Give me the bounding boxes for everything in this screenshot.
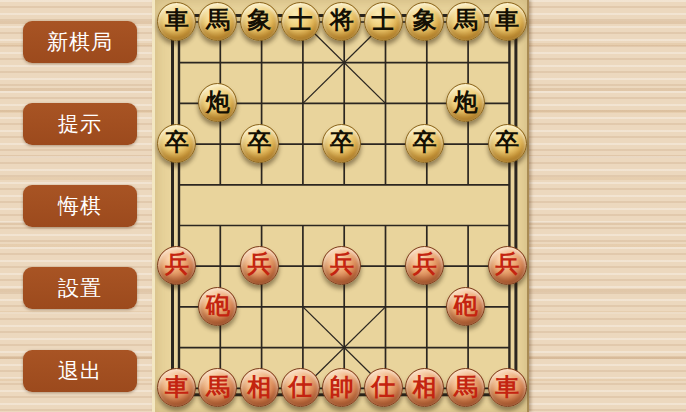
- piece-red-advisor[interactable]: 仕: [364, 368, 403, 407]
- point-0-8[interactable]: [156, 327, 197, 368]
- point-6-1[interactable]: [404, 42, 445, 83]
- point-6-5[interactable]: [404, 204, 445, 245]
- point-1-8[interactable]: [197, 327, 238, 368]
- point-5-7[interactable]: [362, 286, 403, 327]
- piece-glyph: 卒: [330, 130, 354, 154]
- piece-glyph: 兵: [412, 252, 436, 276]
- point-8-2[interactable]: [486, 82, 527, 123]
- point-0-4[interactable]: [156, 164, 197, 205]
- point-2-6[interactable]: 兵: [239, 245, 280, 286]
- point-0-9[interactable]: 車: [156, 367, 197, 408]
- point-1-7[interactable]: 砲: [197, 286, 238, 327]
- point-6-0[interactable]: 象: [404, 1, 445, 42]
- point-6-7[interactable]: [404, 286, 445, 327]
- point-5-2[interactable]: [362, 82, 403, 123]
- piece-red-chariot[interactable]: 車: [488, 368, 527, 407]
- piece-glyph: 兵: [330, 252, 354, 276]
- point-8-6[interactable]: 兵: [486, 245, 527, 286]
- piece-glyph: 炮: [206, 90, 230, 114]
- piece-red-chariot[interactable]: 車: [157, 368, 196, 407]
- point-1-3[interactable]: [197, 123, 238, 164]
- point-7-6[interactable]: [445, 245, 486, 286]
- piece-red-soldier[interactable]: 兵: [322, 246, 361, 285]
- piece-glyph: 車: [495, 8, 519, 32]
- point-2-2[interactable]: [239, 82, 280, 123]
- point-7-7[interactable]: 砲: [445, 286, 486, 327]
- piece-glyph: 将: [330, 8, 354, 32]
- point-1-0[interactable]: 馬: [197, 1, 238, 42]
- piece-red-horse[interactable]: 馬: [198, 368, 237, 407]
- point-1-4[interactable]: [197, 164, 238, 205]
- point-4-5[interactable]: [321, 204, 362, 245]
- point-6-8[interactable]: [404, 327, 445, 368]
- piece-glyph: 兵: [247, 252, 271, 276]
- point-6-6[interactable]: 兵: [404, 245, 445, 286]
- piece-glyph: 兵: [495, 252, 519, 276]
- point-4-7[interactable]: [321, 286, 362, 327]
- point-2-9[interactable]: 相: [239, 367, 280, 408]
- piece-glyph: 相: [247, 375, 271, 399]
- piece-glyph: 相: [412, 375, 436, 399]
- point-2-4[interactable]: [239, 164, 280, 205]
- piece-glyph: 卒: [165, 130, 189, 154]
- point-7-0[interactable]: 馬: [445, 1, 486, 42]
- piece-black-general[interactable]: 将: [322, 2, 361, 41]
- point-6-9[interactable]: 相: [404, 367, 445, 408]
- piece-black-cannon[interactable]: 炮: [446, 83, 485, 122]
- point-0-3[interactable]: 卒: [156, 123, 197, 164]
- point-5-5[interactable]: [362, 204, 403, 245]
- piece-glyph: 象: [247, 8, 271, 32]
- point-4-0[interactable]: 将: [321, 1, 362, 42]
- point-8-1[interactable]: [486, 42, 527, 83]
- piece-glyph: 砲: [454, 293, 478, 317]
- board-grid: 車馬象士将士象馬車炮炮卒卒卒卒卒兵兵兵兵兵砲砲車馬相仕帥仕相馬車: [156, 1, 528, 408]
- piece-black-soldier[interactable]: 卒: [488, 124, 527, 163]
- exit-button[interactable]: 退出: [23, 350, 137, 392]
- piece-glyph: 馬: [206, 375, 230, 399]
- piece-glyph: 仕: [289, 375, 313, 399]
- piece-red-horse[interactable]: 馬: [446, 368, 485, 407]
- point-3-9[interactable]: 仕: [280, 367, 321, 408]
- piece-glyph: 兵: [165, 252, 189, 276]
- point-8-8[interactable]: [486, 327, 527, 368]
- undo-button[interactable]: 悔棋: [23, 185, 137, 227]
- point-7-9[interactable]: 馬: [445, 367, 486, 408]
- piece-red-soldier[interactable]: 兵: [157, 246, 196, 285]
- point-5-3[interactable]: [362, 123, 403, 164]
- piece-red-soldier[interactable]: 兵: [405, 246, 444, 285]
- point-3-0[interactable]: 士: [280, 1, 321, 42]
- point-5-1[interactable]: [362, 42, 403, 83]
- piece-red-general[interactable]: 帥: [322, 368, 361, 407]
- point-3-3[interactable]: [280, 123, 321, 164]
- point-0-7[interactable]: [156, 286, 197, 327]
- point-8-0[interactable]: 車: [486, 1, 527, 42]
- piece-glyph: 卒: [247, 130, 271, 154]
- piece-glyph: 馬: [454, 8, 478, 32]
- point-2-3[interactable]: 卒: [239, 123, 280, 164]
- piece-glyph: 炮: [454, 90, 478, 114]
- point-6-2[interactable]: [404, 82, 445, 123]
- point-5-6[interactable]: [362, 245, 403, 286]
- point-7-4[interactable]: [445, 164, 486, 205]
- point-7-5[interactable]: [445, 204, 486, 245]
- piece-black-advisor[interactable]: 士: [364, 2, 403, 41]
- piece-glyph: 卒: [495, 130, 519, 154]
- point-4-9[interactable]: 帥: [321, 367, 362, 408]
- point-2-0[interactable]: 象: [239, 1, 280, 42]
- point-6-3[interactable]: 卒: [404, 123, 445, 164]
- point-8-5[interactable]: [486, 204, 527, 245]
- piece-glyph: 車: [495, 375, 519, 399]
- point-3-7[interactable]: [280, 286, 321, 327]
- point-5-0[interactable]: 士: [362, 1, 403, 42]
- piece-black-soldier[interactable]: 卒: [405, 124, 444, 163]
- point-2-5[interactable]: [239, 204, 280, 245]
- point-4-4[interactable]: [321, 164, 362, 205]
- piece-glyph: 士: [371, 8, 395, 32]
- piece-black-soldier[interactable]: 卒: [322, 124, 361, 163]
- point-3-4[interactable]: [280, 164, 321, 205]
- point-1-9[interactable]: 馬: [197, 367, 238, 408]
- piece-black-horse[interactable]: 馬: [446, 2, 485, 41]
- piece-black-elephant[interactable]: 象: [405, 2, 444, 41]
- point-1-2[interactable]: 炮: [197, 82, 238, 123]
- piece-glyph: 仕: [371, 375, 395, 399]
- piece-glyph: 卒: [412, 130, 436, 154]
- piece-red-soldier[interactable]: 兵: [488, 246, 527, 285]
- point-5-9[interactable]: 仕: [362, 367, 403, 408]
- xiangqi-board: 車馬象士将士象馬車炮炮卒卒卒卒卒兵兵兵兵兵砲砲車馬相仕帥仕相馬車: [152, 0, 529, 412]
- piece-red-elephant[interactable]: 相: [240, 368, 279, 407]
- point-0-2[interactable]: [156, 82, 197, 123]
- point-5-4[interactable]: [362, 164, 403, 205]
- piece-glyph: 馬: [454, 375, 478, 399]
- piece-glyph: 車: [165, 8, 189, 32]
- new-game-button[interactable]: 新棋局: [23, 21, 137, 63]
- point-4-1[interactable]: [321, 42, 362, 83]
- point-8-3[interactable]: 卒: [486, 123, 527, 164]
- point-7-3[interactable]: [445, 123, 486, 164]
- point-4-2[interactable]: [321, 82, 362, 123]
- point-3-6[interactable]: [280, 245, 321, 286]
- piece-black-chariot[interactable]: 車: [488, 2, 527, 41]
- settings-button[interactable]: 設置: [23, 267, 137, 309]
- piece-glyph: 象: [412, 8, 436, 32]
- piece-black-chariot[interactable]: 車: [157, 2, 196, 41]
- piece-red-cannon[interactable]: 砲: [446, 287, 485, 326]
- point-2-1[interactable]: [239, 42, 280, 83]
- point-8-4[interactable]: [486, 164, 527, 205]
- point-7-2[interactable]: 炮: [445, 82, 486, 123]
- point-3-2[interactable]: [280, 82, 321, 123]
- hint-button[interactable]: 提示: [23, 103, 137, 145]
- point-4-6[interactable]: 兵: [321, 245, 362, 286]
- piece-glyph: 馬: [206, 8, 230, 32]
- piece-red-advisor[interactable]: 仕: [281, 368, 320, 407]
- point-7-8[interactable]: [445, 327, 486, 368]
- piece-black-elephant[interactable]: 象: [240, 2, 279, 41]
- point-1-6[interactable]: [197, 245, 238, 286]
- piece-glyph: 士: [289, 8, 313, 32]
- piece-red-soldier[interactable]: 兵: [240, 246, 279, 285]
- point-8-9[interactable]: 車: [486, 367, 527, 408]
- point-1-5[interactable]: [197, 204, 238, 245]
- piece-red-elephant[interactable]: 相: [405, 368, 444, 407]
- point-4-8[interactable]: [321, 327, 362, 368]
- point-8-7[interactable]: [486, 286, 527, 327]
- point-2-8[interactable]: [239, 327, 280, 368]
- point-7-1[interactable]: [445, 42, 486, 83]
- piece-black-horse[interactable]: 馬: [198, 2, 237, 41]
- point-1-1[interactable]: [197, 42, 238, 83]
- point-5-8[interactable]: [362, 327, 403, 368]
- point-3-8[interactable]: [280, 327, 321, 368]
- point-4-3[interactable]: 卒: [321, 123, 362, 164]
- piece-glyph: 砲: [206, 293, 230, 317]
- piece-black-soldier[interactable]: 卒: [240, 124, 279, 163]
- point-3-5[interactable]: [280, 204, 321, 245]
- piece-black-advisor[interactable]: 士: [281, 2, 320, 41]
- piece-black-cannon[interactable]: 炮: [198, 83, 237, 122]
- piece-glyph: 帥: [330, 375, 354, 399]
- point-3-1[interactable]: [280, 42, 321, 83]
- point-6-4[interactable]: [404, 164, 445, 205]
- point-0-6[interactable]: 兵: [156, 245, 197, 286]
- piece-black-soldier[interactable]: 卒: [157, 124, 196, 163]
- point-0-0[interactable]: 車: [156, 1, 197, 42]
- piece-red-cannon[interactable]: 砲: [198, 287, 237, 326]
- point-0-1[interactable]: [156, 42, 197, 83]
- point-2-7[interactable]: [239, 286, 280, 327]
- point-0-5[interactable]: [156, 204, 197, 245]
- piece-glyph: 車: [165, 375, 189, 399]
